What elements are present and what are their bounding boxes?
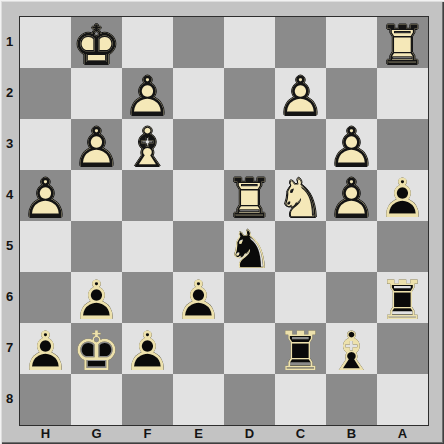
- rank-label-6: 6: [0, 271, 19, 322]
- square-b2[interactable]: [326, 68, 377, 119]
- black-king-outline: ♔: [71, 326, 122, 377]
- rank-label-3: 3: [0, 118, 19, 169]
- white-king[interactable]: ♚♔: [71, 17, 122, 68]
- square-d8[interactable]: [224, 374, 275, 425]
- white-pawn[interactable]: ♟♙: [275, 68, 326, 119]
- square-e7[interactable]: [173, 323, 224, 374]
- square-b7[interactable]: ♝♗: [326, 323, 377, 374]
- file-label-f: F: [122, 424, 173, 443]
- white-rook[interactable]: ♜♖: [377, 17, 428, 68]
- white-bishop-outline: ♗: [122, 122, 173, 173]
- white-rook-outline: ♖: [224, 173, 275, 224]
- square-b3[interactable]: ♟♙: [326, 119, 377, 170]
- white-pawn-outline: ♙: [20, 173, 71, 224]
- chess-board: ♚♔♜♖♟♙♟♙♟♙♝♗♟♙♟♙♜♖♞♘♟♙♟♙♞♘♟♙♟♙♜♖♟♙♚♔♟♙♜♖…: [19, 16, 429, 426]
- square-a5[interactable]: [377, 221, 428, 272]
- square-b6[interactable]: [326, 272, 377, 323]
- black-pawn[interactable]: ♟♙: [20, 323, 71, 374]
- square-c5[interactable]: [275, 221, 326, 272]
- square-a8[interactable]: [377, 374, 428, 425]
- black-pawn-outline: ♙: [377, 173, 428, 224]
- square-e2[interactable]: [173, 68, 224, 119]
- white-knight-outline: ♘: [275, 173, 326, 224]
- black-rook-outline: ♖: [275, 326, 326, 377]
- white-king-outline: ♔: [71, 20, 122, 71]
- square-c7[interactable]: ♜♖: [275, 323, 326, 374]
- black-rook[interactable]: ♜♖: [377, 272, 428, 323]
- square-h7[interactable]: ♟♙: [20, 323, 71, 374]
- white-rook[interactable]: ♜♖: [224, 170, 275, 221]
- square-h4[interactable]: ♟♙: [20, 170, 71, 221]
- black-knight-outline: ♘: [224, 224, 275, 275]
- white-pawn-outline: ♙: [326, 122, 377, 173]
- black-knight[interactable]: ♞♘: [224, 221, 275, 272]
- black-rook[interactable]: ♜♖: [275, 323, 326, 374]
- square-g7[interactable]: ♚♔: [71, 323, 122, 374]
- square-g8[interactable]: [71, 374, 122, 425]
- white-pawn[interactable]: ♟♙: [326, 170, 377, 221]
- white-pawn-outline: ♙: [122, 71, 173, 122]
- square-c1[interactable]: [275, 17, 326, 68]
- square-d5[interactable]: ♞♘: [224, 221, 275, 272]
- square-h1[interactable]: [20, 17, 71, 68]
- square-b8[interactable]: [326, 374, 377, 425]
- file-label-a: A: [377, 424, 428, 443]
- square-e6[interactable]: ♟♙: [173, 272, 224, 323]
- square-c2[interactable]: ♟♙: [275, 68, 326, 119]
- square-c8[interactable]: [275, 374, 326, 425]
- black-bishop[interactable]: ♝♗: [326, 323, 377, 374]
- black-pawn[interactable]: ♟♙: [122, 323, 173, 374]
- square-a2[interactable]: [377, 68, 428, 119]
- rank-labels: 12345678: [0, 16, 19, 424]
- file-labels: HGFEDCBA: [20, 424, 428, 443]
- square-g1[interactable]: ♚♔: [71, 17, 122, 68]
- square-a1[interactable]: ♜♖: [377, 17, 428, 68]
- black-pawn-outline: ♙: [173, 275, 224, 326]
- square-g2[interactable]: [71, 68, 122, 119]
- white-pawn[interactable]: ♟♙: [20, 170, 71, 221]
- square-f2[interactable]: ♟♙: [122, 68, 173, 119]
- square-a6[interactable]: ♜♖: [377, 272, 428, 323]
- rank-label-1: 1: [0, 16, 19, 67]
- square-g5[interactable]: [71, 221, 122, 272]
- square-a3[interactable]: [377, 119, 428, 170]
- rank-label-7: 7: [0, 322, 19, 373]
- white-pawn[interactable]: ♟♙: [71, 119, 122, 170]
- square-e8[interactable]: [173, 374, 224, 425]
- black-rook-outline: ♖: [377, 275, 428, 326]
- square-d4[interactable]: ♜♖: [224, 170, 275, 221]
- white-pawn[interactable]: ♟♙: [122, 68, 173, 119]
- white-pawn[interactable]: ♟♙: [326, 119, 377, 170]
- square-e4[interactable]: [173, 170, 224, 221]
- square-d2[interactable]: [224, 68, 275, 119]
- black-pawn[interactable]: ♟♙: [71, 272, 122, 323]
- square-g4[interactable]: [71, 170, 122, 221]
- chessboard-window: 12345678 ♚♔♜♖♟♙♟♙♟♙♝♗♟♙♟♙♜♖♞♘♟♙♟♙♞♘♟♙♟♙♜…: [0, 0, 444, 444]
- file-label-g: G: [71, 424, 122, 443]
- square-c4[interactable]: ♞♘: [275, 170, 326, 221]
- square-f7[interactable]: ♟♙: [122, 323, 173, 374]
- square-f5[interactable]: [122, 221, 173, 272]
- file-label-c: C: [275, 424, 326, 443]
- white-knight[interactable]: ♞♘: [275, 170, 326, 221]
- square-h3[interactable]: [20, 119, 71, 170]
- white-bishop[interactable]: ♝♗: [122, 119, 173, 170]
- square-e3[interactable]: [173, 119, 224, 170]
- square-e5[interactable]: [173, 221, 224, 272]
- square-h5[interactable]: [20, 221, 71, 272]
- file-label-b: B: [326, 424, 377, 443]
- white-pawn-outline: ♙: [71, 122, 122, 173]
- white-rook-outline: ♖: [377, 20, 428, 71]
- square-b1[interactable]: [326, 17, 377, 68]
- square-a4[interactable]: ♟♙: [377, 170, 428, 221]
- square-b5[interactable]: [326, 221, 377, 272]
- square-h6[interactable]: [20, 272, 71, 323]
- square-f4[interactable]: [122, 170, 173, 221]
- square-c6[interactable]: [275, 272, 326, 323]
- square-h8[interactable]: [20, 374, 71, 425]
- square-e1[interactable]: [173, 17, 224, 68]
- square-h2[interactable]: [20, 68, 71, 119]
- black-bishop-outline: ♗: [326, 326, 377, 377]
- rank-label-5: 5: [0, 220, 19, 271]
- file-label-h: H: [20, 424, 71, 443]
- square-d3[interactable]: [224, 119, 275, 170]
- black-pawn[interactable]: ♟♙: [377, 170, 428, 221]
- square-f6[interactable]: [122, 272, 173, 323]
- file-label-d: D: [224, 424, 275, 443]
- square-g3[interactable]: ♟♙: [71, 119, 122, 170]
- square-f1[interactable]: [122, 17, 173, 68]
- square-d7[interactable]: [224, 323, 275, 374]
- white-pawn-outline: ♙: [275, 71, 326, 122]
- black-pawn[interactable]: ♟♙: [173, 272, 224, 323]
- rank-label-2: 2: [0, 67, 19, 118]
- black-pawn-outline: ♙: [71, 275, 122, 326]
- white-pawn-outline: ♙: [326, 173, 377, 224]
- rank-label-8: 8: [0, 373, 19, 424]
- file-label-e: E: [173, 424, 224, 443]
- rank-label-4: 4: [0, 169, 19, 220]
- square-b4[interactable]: ♟♙: [326, 170, 377, 221]
- black-pawn-outline: ♙: [122, 326, 173, 377]
- black-pawn-outline: ♙: [20, 326, 71, 377]
- square-a7[interactable]: [377, 323, 428, 374]
- square-f8[interactable]: [122, 374, 173, 425]
- square-f3[interactable]: ♝♗: [122, 119, 173, 170]
- square-d6[interactable]: [224, 272, 275, 323]
- square-d1[interactable]: [224, 17, 275, 68]
- black-king[interactable]: ♚♔: [71, 323, 122, 374]
- square-g6[interactable]: ♟♙: [71, 272, 122, 323]
- square-c3[interactable]: [275, 119, 326, 170]
